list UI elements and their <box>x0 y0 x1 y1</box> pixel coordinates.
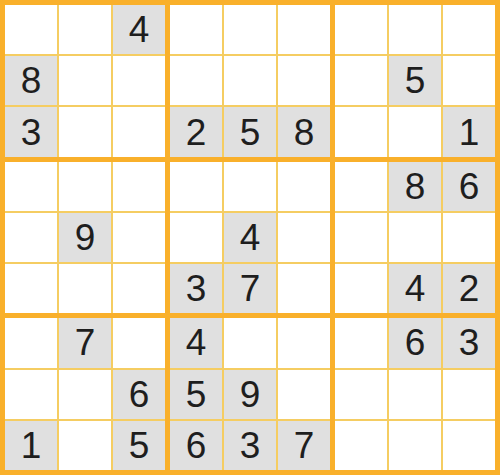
cell-r4c5[interactable] <box>224 162 276 211</box>
cell-r6c7[interactable] <box>335 264 387 313</box>
cell-r2c8[interactable]: 5 <box>389 56 441 105</box>
cell-r4c8[interactable]: 8 <box>389 162 441 211</box>
cell-r1c8[interactable] <box>389 5 441 54</box>
cell-r9c7[interactable] <box>335 421 387 470</box>
cell-r4c2[interactable] <box>59 162 111 211</box>
cell-r8c2[interactable] <box>59 370 111 419</box>
cell-r7c1[interactable] <box>5 318 57 367</box>
cell-r6c2[interactable] <box>59 264 111 313</box>
cell-r2c7[interactable] <box>335 56 387 105</box>
sudoku-board-frame: 4832585194378642761545963763 <box>0 0 500 475</box>
box-r2c1: 9 <box>5 162 165 314</box>
cell-r9c2[interactable] <box>59 421 111 470</box>
box-r1c3: 51 <box>335 5 495 157</box>
cell-r9c9[interactable] <box>443 421 495 470</box>
cell-r8c7[interactable] <box>335 370 387 419</box>
cell-r7c8[interactable]: 6 <box>389 318 441 367</box>
cell-r1c1[interactable] <box>5 5 57 54</box>
box-r1c2: 258 <box>170 5 330 157</box>
cell-r1c4[interactable] <box>170 5 222 54</box>
cell-r8c3[interactable]: 6 <box>113 370 165 419</box>
cell-r4c3[interactable] <box>113 162 165 211</box>
cell-r6c3[interactable] <box>113 264 165 313</box>
cell-r9c6[interactable]: 7 <box>278 421 330 470</box>
box-r1c1: 483 <box>5 5 165 157</box>
cell-r3c4[interactable]: 2 <box>170 107 222 156</box>
box-r2c3: 8642 <box>335 162 495 314</box>
cell-r4c1[interactable] <box>5 162 57 211</box>
cell-r2c5[interactable] <box>224 56 276 105</box>
cell-r2c3[interactable] <box>113 56 165 105</box>
cell-r6c1[interactable] <box>5 264 57 313</box>
cell-r7c7[interactable] <box>335 318 387 367</box>
cell-r1c7[interactable] <box>335 5 387 54</box>
cell-r8c6[interactable] <box>278 370 330 419</box>
cell-r1c2[interactable] <box>59 5 111 54</box>
cell-r5c5[interactable]: 4 <box>224 213 276 262</box>
cell-r9c5[interactable]: 3 <box>224 421 276 470</box>
cell-r2c6[interactable] <box>278 56 330 105</box>
cell-r5c6[interactable] <box>278 213 330 262</box>
cell-r8c1[interactable] <box>5 370 57 419</box>
cell-r5c9[interactable] <box>443 213 495 262</box>
cell-r3c5[interactable]: 5 <box>224 107 276 156</box>
cell-r2c9[interactable] <box>443 56 495 105</box>
cell-r8c5[interactable]: 9 <box>224 370 276 419</box>
cell-r7c3[interactable] <box>113 318 165 367</box>
cell-r7c2[interactable]: 7 <box>59 318 111 367</box>
cell-r5c8[interactable] <box>389 213 441 262</box>
cell-r6c6[interactable] <box>278 264 330 313</box>
cell-r4c4[interactable] <box>170 162 222 211</box>
cell-r3c6[interactable]: 8 <box>278 107 330 156</box>
cell-r7c4[interactable]: 4 <box>170 318 222 367</box>
cell-r4c9[interactable]: 6 <box>443 162 495 211</box>
cell-r1c6[interactable] <box>278 5 330 54</box>
cell-r3c3[interactable] <box>113 107 165 156</box>
cell-r5c2[interactable]: 9 <box>59 213 111 262</box>
cell-r3c9[interactable]: 1 <box>443 107 495 156</box>
box-r2c2: 437 <box>170 162 330 314</box>
cell-r2c2[interactable] <box>59 56 111 105</box>
cell-r8c4[interactable]: 5 <box>170 370 222 419</box>
cell-r5c3[interactable] <box>113 213 165 262</box>
cell-r7c5[interactable] <box>224 318 276 367</box>
cell-r1c9[interactable] <box>443 5 495 54</box>
cell-r5c7[interactable] <box>335 213 387 262</box>
cell-r9c1[interactable]: 1 <box>5 421 57 470</box>
cell-r3c1[interactable]: 3 <box>5 107 57 156</box>
box-r3c2: 459637 <box>170 318 330 470</box>
cell-r6c5[interactable]: 7 <box>224 264 276 313</box>
cell-r7c6[interactable] <box>278 318 330 367</box>
cell-r4c7[interactable] <box>335 162 387 211</box>
cell-r3c2[interactable] <box>59 107 111 156</box>
cell-r9c3[interactable]: 5 <box>113 421 165 470</box>
cell-r3c7[interactable] <box>335 107 387 156</box>
sudoku-board: 4832585194378642761545963763 <box>5 5 495 470</box>
box-r3c1: 7615 <box>5 318 165 470</box>
cell-r8c9[interactable] <box>443 370 495 419</box>
cell-r4c6[interactable] <box>278 162 330 211</box>
cell-r9c8[interactable] <box>389 421 441 470</box>
cell-r6c8[interactable]: 4 <box>389 264 441 313</box>
box-r3c3: 63 <box>335 318 495 470</box>
cell-r5c4[interactable] <box>170 213 222 262</box>
cell-r1c5[interactable] <box>224 5 276 54</box>
cell-r8c8[interactable] <box>389 370 441 419</box>
cell-r7c9[interactable]: 3 <box>443 318 495 367</box>
cell-r6c9[interactable]: 2 <box>443 264 495 313</box>
cell-r3c8[interactable] <box>389 107 441 156</box>
cell-r6c4[interactable]: 3 <box>170 264 222 313</box>
cell-r1c3[interactable]: 4 <box>113 5 165 54</box>
cell-r2c1[interactable]: 8 <box>5 56 57 105</box>
cell-r2c4[interactable] <box>170 56 222 105</box>
cell-r9c4[interactable]: 6 <box>170 421 222 470</box>
cell-r5c1[interactable] <box>5 213 57 262</box>
